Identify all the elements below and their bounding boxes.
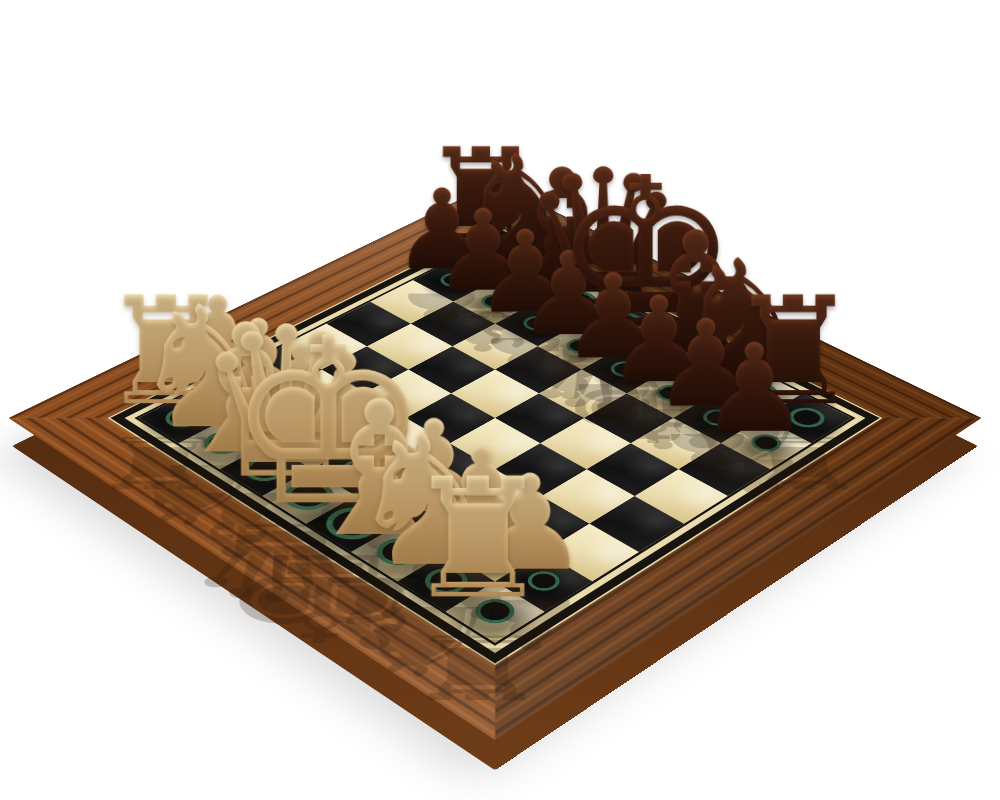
piece-felt-base [435,270,473,289]
piece-felt-base [472,247,518,270]
piece-shadow [435,235,550,293]
piece-black-pawn-a7: ♟ [294,175,590,286]
piece-black-knight-b8: ♞ [372,135,668,288]
chess-board: ♜♜♞♞♝♝♛♛♚♚♝♝♞♞♜♜♟♟♟♟♟♟♟♟♟♟♟♟♟♟♟♟♟♟♟♟♟♟♟♟… [9,182,982,739]
square-h1: ♜♜ [446,581,545,642]
piece-black-rook-a8: ♜ [334,131,626,266]
piece-reflection: ♜ [290,622,664,710]
product-photo-scene: ♜♜♞♞♝♝♛♛♚♚♝♝♞♞♜♜♟♟♟♟♟♟♟♟♟♟♟♟♟♟♟♟♟♟♟♟♟♟♟♟… [0,0,1000,800]
frame-maple-line: ♜♜♞♞♝♝♛♛♚♚♝♝♞♞♜♜♟♟♟♟♟♟♟♟♟♟♟♟♟♟♟♟♟♟♟♟♟♟♟♟… [108,225,883,665]
piece-white-rook-h1: ♜ [299,456,656,621]
square-b8: ♞♞ [495,259,577,301]
piece-felt-base [510,267,562,294]
square-a8: ♜♜ [454,239,535,280]
frame-black-band: ♜♜♞♞♝♝♛♛♚♚♝♝♞♞♜♜♟♟♟♟♟♟♟♟♟♟♟♟♟♟♟♟♟♟♟♟♟♟♟♟… [110,226,879,663]
